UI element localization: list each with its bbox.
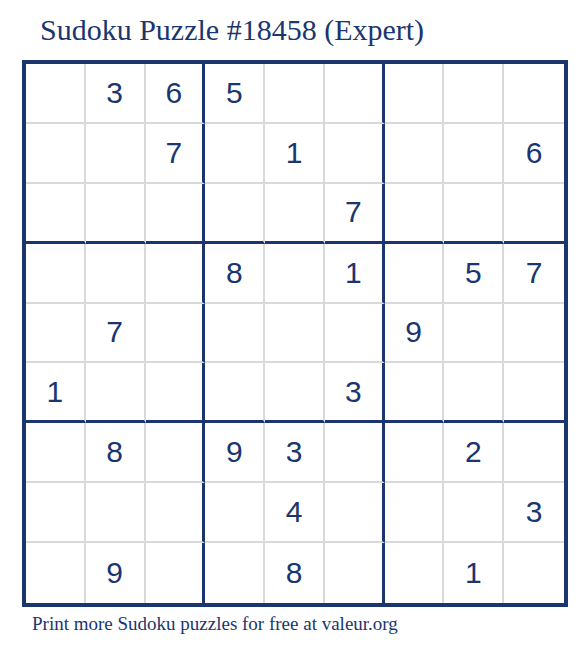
cell-r1c7 (385, 64, 445, 124)
cell-r5c7: 9 (385, 304, 445, 364)
cell-r5c2: 7 (86, 304, 146, 364)
cell-r7c9 (504, 423, 564, 483)
cell-r2c4 (205, 124, 265, 184)
cell-r2c2 (86, 124, 146, 184)
cell-r2c3: 7 (146, 124, 206, 184)
cell-r4c8: 5 (444, 244, 504, 304)
cell-r4c9: 7 (504, 244, 564, 304)
cell-r8c4 (205, 483, 265, 543)
cell-r6c6: 3 (325, 363, 385, 423)
cell-r5c8 (444, 304, 504, 364)
cell-r1c1 (26, 64, 86, 124)
cell-r8c9: 3 (504, 483, 564, 543)
cell-r1c3: 6 (146, 64, 206, 124)
cell-r6c8 (444, 363, 504, 423)
cell-r6c9 (504, 363, 564, 423)
cell-r2c5: 1 (265, 124, 325, 184)
cell-r5c6 (325, 304, 385, 364)
cell-r8c3 (146, 483, 206, 543)
cell-r3c6: 7 (325, 184, 385, 244)
cell-r9c8: 1 (444, 543, 504, 603)
cell-r7c2: 8 (86, 423, 146, 483)
cell-r2c8 (444, 124, 504, 184)
cell-r3c3 (146, 184, 206, 244)
cell-r3c9 (504, 184, 564, 244)
cell-r4c4: 8 (205, 244, 265, 304)
cell-r9c6 (325, 543, 385, 603)
cell-r7c6 (325, 423, 385, 483)
cell-r4c1 (26, 244, 86, 304)
cell-r8c7 (385, 483, 445, 543)
cell-r7c8: 2 (444, 423, 504, 483)
cell-r4c7 (385, 244, 445, 304)
cell-r5c5 (265, 304, 325, 364)
cell-r6c4 (205, 363, 265, 423)
cell-r5c9 (504, 304, 564, 364)
cell-r4c3 (146, 244, 206, 304)
cell-r9c1 (26, 543, 86, 603)
cell-r7c1 (26, 423, 86, 483)
cell-r5c3 (146, 304, 206, 364)
cell-r1c6 (325, 64, 385, 124)
cell-r7c3 (146, 423, 206, 483)
cell-r9c9 (504, 543, 564, 603)
cell-r1c9 (504, 64, 564, 124)
cell-r1c5 (265, 64, 325, 124)
cell-r5c4 (205, 304, 265, 364)
cell-r5c1 (26, 304, 86, 364)
page-title: Sudoku Puzzle #18458 (Expert) (40, 13, 424, 47)
cell-r6c1: 1 (26, 363, 86, 423)
cell-r3c2 (86, 184, 146, 244)
cell-r4c5 (265, 244, 325, 304)
cell-r9c3 (146, 543, 206, 603)
cell-r3c8 (444, 184, 504, 244)
cell-r7c5: 3 (265, 423, 325, 483)
cell-r3c4 (205, 184, 265, 244)
cell-r8c2 (86, 483, 146, 543)
cell-r3c1 (26, 184, 86, 244)
cell-r2c9: 6 (504, 124, 564, 184)
cell-r4c2 (86, 244, 146, 304)
cell-r1c4: 5 (205, 64, 265, 124)
cell-r7c4: 9 (205, 423, 265, 483)
cell-r4c6: 1 (325, 244, 385, 304)
cell-r6c5 (265, 363, 325, 423)
cell-r8c1 (26, 483, 86, 543)
cell-r6c2 (86, 363, 146, 423)
cell-r8c6 (325, 483, 385, 543)
cell-r9c5: 8 (265, 543, 325, 603)
cell-r9c4 (205, 543, 265, 603)
cell-r9c7 (385, 543, 445, 603)
cell-r6c3 (146, 363, 206, 423)
cell-r2c7 (385, 124, 445, 184)
cell-r8c5: 4 (265, 483, 325, 543)
cell-r6c7 (385, 363, 445, 423)
cell-r9c2: 9 (86, 543, 146, 603)
cell-r7c7 (385, 423, 445, 483)
footer-note: Print more Sudoku puzzles for free at va… (32, 613, 398, 635)
cell-r2c6 (325, 124, 385, 184)
cell-r2c1 (26, 124, 86, 184)
cell-r3c7 (385, 184, 445, 244)
cell-r3c5 (265, 184, 325, 244)
cell-r8c8 (444, 483, 504, 543)
cell-r1c8 (444, 64, 504, 124)
cell-r1c2: 3 (86, 64, 146, 124)
sudoku-board: 365716781577913893243981 (22, 60, 568, 607)
